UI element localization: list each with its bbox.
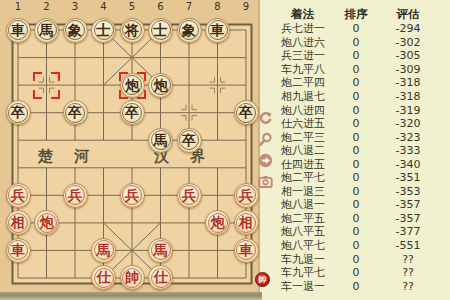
move-cell[interactable]: 炮二平七 bbox=[280, 171, 342, 184]
piece-black-卒[interactable]: 卒 bbox=[234, 100, 259, 125]
order-cell: 0 bbox=[342, 49, 370, 62]
order-cell: 0 bbox=[342, 212, 370, 225]
eval-cell: -318 bbox=[370, 76, 446, 89]
board-bottom-edge bbox=[0, 292, 262, 300]
order-cell: 0 bbox=[342, 158, 370, 171]
file-labels: 123456789 bbox=[0, 1, 258, 13]
move-row[interactable]: 炮二平七0-351 bbox=[280, 171, 450, 185]
piece-red-兵[interactable]: 兵 bbox=[120, 183, 145, 208]
piece-red-馬[interactable]: 馬 bbox=[148, 238, 173, 263]
order-cell: 0 bbox=[342, 63, 370, 76]
move-cell[interactable]: 车九平七 bbox=[280, 266, 342, 279]
camera-icon[interactable] bbox=[258, 174, 273, 189]
order-cell: 0 bbox=[342, 225, 370, 238]
order-column-header: 排序 bbox=[342, 7, 370, 22]
piece-red-兵[interactable]: 兵 bbox=[63, 183, 88, 208]
order-cell: 0 bbox=[342, 171, 370, 184]
piece-black-車[interactable]: 車 bbox=[205, 18, 230, 43]
file-label: 5 bbox=[125, 1, 139, 12]
eval-cell: ?? bbox=[370, 253, 446, 266]
order-cell: 0 bbox=[342, 198, 370, 211]
move-row[interactable]: 炮八退一0-357 bbox=[280, 198, 450, 212]
eval-cell: -319 bbox=[370, 104, 446, 117]
move-cell[interactable]: 炮二平五 bbox=[280, 212, 342, 225]
piece-red-仕[interactable]: 仕 bbox=[91, 265, 116, 290]
move-cell[interactable]: 炮八退一 bbox=[280, 198, 342, 211]
piece-red-兵[interactable]: 兵 bbox=[6, 183, 31, 208]
move-cell[interactable]: 车九平八 bbox=[280, 63, 342, 76]
move-row[interactable]: 炮二平三0-323 bbox=[280, 130, 450, 144]
piece-red-兵[interactable]: 兵 bbox=[234, 183, 259, 208]
order-cell: 0 bbox=[342, 266, 370, 279]
order-cell: 0 bbox=[342, 76, 370, 89]
move-row[interactable]: 炮二平四0-318 bbox=[280, 76, 450, 90]
piece-black-卒[interactable]: 卒 bbox=[6, 100, 31, 125]
order-cell: 0 bbox=[342, 104, 370, 117]
move-cell[interactable]: 炮八进四 bbox=[280, 104, 342, 117]
eval-cell: -377 bbox=[370, 225, 446, 238]
eval-cell: -357 bbox=[370, 198, 446, 211]
piece-red-車[interactable]: 車 bbox=[234, 238, 259, 263]
piece-black-車[interactable]: 車 bbox=[6, 18, 31, 43]
piece-red-相[interactable]: 相 bbox=[6, 210, 31, 235]
move-row[interactable]: 炮八平五0-377 bbox=[280, 225, 450, 239]
piece-red-馬[interactable]: 馬 bbox=[91, 238, 116, 263]
piece-black-卒[interactable]: 卒 bbox=[63, 100, 88, 125]
move-table-header: 着法 排序 评估 bbox=[280, 6, 450, 22]
order-cell: 0 bbox=[342, 253, 370, 266]
eval-cell: -309 bbox=[370, 63, 446, 76]
piece-red-相[interactable]: 相 bbox=[234, 210, 259, 235]
file-label: 6 bbox=[154, 1, 168, 12]
piece-black-炮[interactable]: 炮 bbox=[148, 73, 173, 98]
move-cell[interactable]: 炮二平三 bbox=[280, 131, 342, 144]
move-cell[interactable]: 炮二平四 bbox=[280, 76, 342, 89]
eval-cell: -318 bbox=[370, 90, 446, 103]
move-row[interactable]: 兵三进一0-305 bbox=[280, 49, 450, 63]
order-cell: 0 bbox=[342, 144, 370, 157]
piece-black-卒[interactable]: 卒 bbox=[120, 100, 145, 125]
move-cell[interactable]: 仕六进五 bbox=[280, 117, 342, 130]
eval-cell: -305 bbox=[370, 49, 446, 62]
eval-cell: ?? bbox=[370, 280, 446, 293]
eval-cell: ?? bbox=[370, 266, 446, 279]
move-row[interactable]: 相一退三0-353 bbox=[280, 185, 450, 199]
order-cell: 0 bbox=[342, 90, 370, 103]
move-cell[interactable]: 炮八平七 bbox=[280, 239, 342, 252]
order-cell: 0 bbox=[342, 131, 370, 144]
piece-black-象[interactable]: 象 bbox=[63, 18, 88, 43]
move-row[interactable]: 炮八进六0-302 bbox=[280, 36, 450, 50]
eval-cell: -320 bbox=[370, 117, 446, 130]
move-cell[interactable]: 相九退七 bbox=[280, 90, 342, 103]
piece-red-炮[interactable]: 炮 bbox=[34, 210, 59, 235]
move-row[interactable]: 炮八进四0-319 bbox=[280, 103, 450, 117]
eval-cell: -302 bbox=[370, 36, 446, 49]
piece-black-士[interactable]: 士 bbox=[148, 18, 173, 43]
eval-cell: -357 bbox=[370, 212, 446, 225]
move-cell[interactable]: 炮八进六 bbox=[280, 36, 342, 49]
move-row[interactable]: 车九平八0-309 bbox=[280, 63, 450, 77]
order-cell: 0 bbox=[342, 185, 370, 198]
eval-cell: -351 bbox=[370, 171, 446, 184]
move-cell[interactable]: 相一退三 bbox=[280, 185, 342, 198]
eval-cell: -353 bbox=[370, 185, 446, 198]
move-row[interactable]: 炮八平七0-551 bbox=[280, 239, 450, 253]
move-cell[interactable]: 仕四进五 bbox=[280, 158, 342, 171]
move-row[interactable]: 车九平七0?? bbox=[280, 266, 450, 280]
side-to-move-badge: 帥 bbox=[255, 272, 270, 287]
eval-cell: -294 bbox=[370, 22, 446, 35]
app-window: 123456789 楚河 汉界 車馬象士将士象車炮炮卒卒卒卒馬卒兵兵兵兵兵相炮炮… bbox=[0, 0, 450, 300]
piece-black-馬[interactable]: 馬 bbox=[34, 18, 59, 43]
move-row[interactable]: 炮八退二0-333 bbox=[280, 144, 450, 158]
eval-column-header: 评估 bbox=[370, 7, 446, 22]
side-toolbar bbox=[258, 111, 274, 195]
move-row[interactable]: 仕六进五0-320 bbox=[280, 117, 450, 131]
file-label: 4 bbox=[97, 1, 111, 12]
move-cell[interactable]: 兵三进一 bbox=[280, 49, 342, 62]
file-label: 7 bbox=[182, 1, 196, 12]
piece-black-卒[interactable]: 卒 bbox=[177, 128, 202, 153]
piece-black-将[interactable]: 将 bbox=[120, 18, 145, 43]
file-label: 8 bbox=[211, 1, 225, 12]
file-label: 2 bbox=[40, 1, 54, 12]
move-row[interactable]: 车一退一0?? bbox=[280, 279, 450, 293]
move-cell[interactable]: 炮八退二 bbox=[280, 144, 342, 157]
rotate-icon[interactable] bbox=[258, 111, 273, 126]
file-label: 1 bbox=[11, 1, 25, 12]
eval-cell: -333 bbox=[370, 144, 446, 157]
move-cell[interactable]: 炮八平五 bbox=[280, 225, 342, 238]
piece-black-象[interactable]: 象 bbox=[177, 18, 202, 43]
eval-cell: -340 bbox=[370, 158, 446, 171]
file-label: 9 bbox=[239, 1, 253, 12]
move-cell[interactable]: 兵七进一 bbox=[280, 22, 342, 35]
order-cell: 0 bbox=[342, 280, 370, 293]
eval-cell: -551 bbox=[370, 239, 446, 252]
search-icon[interactable] bbox=[258, 132, 273, 147]
piece-red-兵[interactable]: 兵 bbox=[177, 183, 202, 208]
board[interactable]: 123456789 楚河 汉界 車馬象士将士象車炮炮卒卒卒卒馬卒兵兵兵兵兵相炮炮… bbox=[0, 0, 260, 292]
file-label: 3 bbox=[68, 1, 82, 12]
move-row[interactable]: 炮二平五0-357 bbox=[280, 212, 450, 226]
piece-red-仕[interactable]: 仕 bbox=[148, 265, 173, 290]
next-icon[interactable] bbox=[258, 153, 273, 168]
move-cell[interactable]: 车一退一 bbox=[280, 280, 342, 293]
order-cell: 0 bbox=[342, 22, 370, 35]
order-cell: 0 bbox=[342, 117, 370, 130]
piece-red-車[interactable]: 車 bbox=[6, 238, 31, 263]
river-label-left: 楚河 bbox=[38, 147, 110, 166]
moves-column-header: 着法 bbox=[280, 7, 342, 22]
move-table-body: 兵七进一0-294炮八进六0-302兵三进一0-305车九平八0-309炮二平四… bbox=[280, 22, 450, 293]
move-cell[interactable]: 车九退一 bbox=[280, 253, 342, 266]
move-row[interactable]: 仕四进五0-340 bbox=[280, 157, 450, 171]
move-row[interactable]: 车九退一0?? bbox=[280, 252, 450, 266]
move-row[interactable]: 相九退七0-318 bbox=[280, 90, 450, 104]
analysis-panel: 着法 排序 评估 兵七进一0-294炮八进六0-302兵三进一0-305车九平八… bbox=[280, 6, 450, 293]
piece-black-炮[interactable]: 炮 bbox=[120, 73, 145, 98]
eval-cell: -323 bbox=[370, 131, 446, 144]
piece-black-士[interactable]: 士 bbox=[91, 18, 116, 43]
piece-red-炮[interactable]: 炮 bbox=[205, 210, 230, 235]
order-cell: 0 bbox=[342, 239, 370, 252]
order-cell: 0 bbox=[342, 36, 370, 49]
move-row[interactable]: 兵七进一0-294 bbox=[280, 22, 450, 36]
piece-red-帥[interactable]: 帥 bbox=[120, 265, 145, 290]
piece-black-馬[interactable]: 馬 bbox=[148, 128, 173, 153]
